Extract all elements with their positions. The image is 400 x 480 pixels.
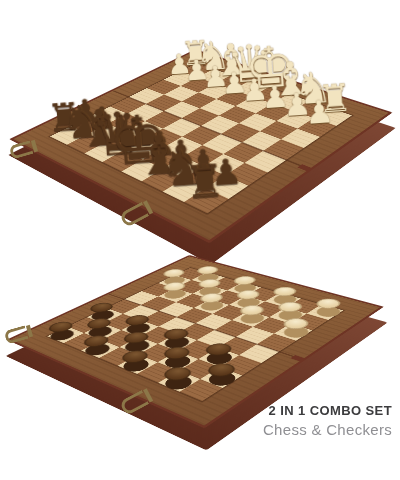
checkers-disc-dark xyxy=(204,370,241,389)
checkers-disc-dark xyxy=(160,373,197,392)
product-photo: ♜♞♝♛♚♝♞♜♟♟♟♟♟♟♟♟♟♟♟♟♟♟♟♟♜♞♝♛♚♝♞♜ 2 IN 1 … xyxy=(0,0,400,480)
checkers-disc-light xyxy=(279,325,313,340)
chess-board: ♜♞♝♛♚♝♞♜♟♟♟♟♟♟♟♟♟♟♟♟♟♟♟♟♜♞♝♛♚♝♞♜ xyxy=(9,49,393,243)
product-caption: 2 IN 1 COMBO SET Chess & Checkers xyxy=(263,403,392,438)
piece-glyph: ♜ xyxy=(184,159,227,204)
product-label-line2: Chess & Checkers xyxy=(263,421,392,438)
checkers-disc-dark xyxy=(81,342,115,358)
product-label-line1: 2 IN 1 COMBO SET xyxy=(263,403,392,418)
piece-glyph: ♟ xyxy=(304,96,334,128)
checkers-disc-dark xyxy=(118,357,153,374)
chess-piece-light-pawn: ♟ xyxy=(290,58,346,129)
chess-piece-dark-rook: ♜ xyxy=(172,124,236,205)
